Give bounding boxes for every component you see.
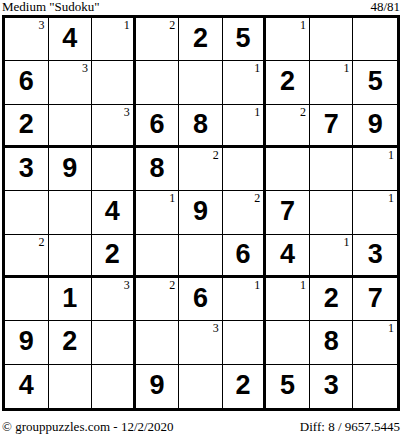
page-title: Medium "Sudoku" — [2, 0, 100, 14]
cell-value: 7 — [280, 198, 295, 226]
cell-r4c5[interactable]: 2 — [179, 148, 223, 191]
cell-value: 4 — [19, 372, 34, 400]
pencil-mark: 3 — [213, 321, 219, 335]
header: Medium "Sudoku" 48/81 — [2, 0, 400, 14]
cell-value: 2 — [105, 241, 120, 269]
cell-value: 9 — [193, 198, 208, 226]
cell-r5c3[interactable]: 4 — [92, 191, 136, 234]
pencil-mark: 3 — [124, 278, 130, 292]
cell-value: 4 — [280, 241, 295, 269]
cell-value: 2 — [62, 328, 77, 356]
cell-value: 2 — [236, 372, 251, 400]
remaining-counter: 48/81 — [370, 0, 400, 14]
cell-r6c7[interactable]: 4 — [266, 235, 310, 278]
cell-value: 9 — [368, 111, 383, 139]
cell-value: 3 — [368, 241, 383, 269]
cell-r6c2[interactable] — [49, 235, 93, 278]
cell-r4c6[interactable] — [223, 148, 267, 191]
pencil-mark: 1 — [254, 61, 260, 75]
cell-r8c5[interactable]: 3 — [179, 321, 223, 364]
cell-r3c1[interactable]: 2 — [5, 105, 49, 148]
cell-r2c5[interactable] — [179, 61, 223, 104]
cell-r4c7[interactable] — [266, 148, 310, 191]
pencil-mark: 3 — [124, 105, 130, 119]
cell-r2c3[interactable] — [92, 61, 136, 104]
cell-r9c2[interactable] — [49, 365, 93, 408]
pencil-mark: 1 — [254, 278, 260, 292]
cell-r6c5[interactable] — [179, 235, 223, 278]
cell-r8c8[interactable]: 8 — [310, 321, 354, 364]
cell-value: 6 — [193, 285, 208, 313]
cell-r6c3[interactable]: 2 — [92, 235, 136, 278]
cell-r1c9[interactable] — [353, 18, 397, 61]
cell-value: 5 — [280, 372, 295, 400]
cell-value: 2 — [19, 111, 34, 139]
cell-r4c1[interactable]: 3 — [5, 148, 49, 191]
cell-r1c6[interactable]: 5 — [223, 18, 267, 61]
cell-r9c5[interactable] — [179, 365, 223, 408]
pencil-mark: 2 — [169, 278, 175, 292]
cell-r8c3[interactable] — [92, 321, 136, 364]
cell-r6c6[interactable]: 6 — [223, 235, 267, 278]
cell-value: 5 — [236, 25, 251, 53]
pencil-mark: 1 — [254, 105, 260, 119]
cell-r7c5[interactable]: 6 — [179, 278, 223, 321]
pencil-mark: 2 — [169, 18, 175, 32]
cell-r8c1[interactable]: 9 — [5, 321, 49, 364]
cell-r7c4[interactable]: 2 — [136, 278, 180, 321]
cell-r3c6[interactable]: 1 — [223, 105, 267, 148]
cell-r4c3[interactable] — [92, 148, 136, 191]
sudoku-page: Medium "Sudoku" 48/81 341225163121523681… — [0, 0, 402, 437]
cell-r8c2[interactable]: 2 — [49, 321, 93, 364]
cell-value: 2 — [280, 68, 295, 96]
copyright-text: © grouppuzzles.com - 12/2/2020 — [2, 419, 174, 435]
cell-value: 9 — [149, 372, 164, 400]
pencil-mark: 1 — [124, 18, 130, 32]
pencil-mark: 1 — [300, 18, 306, 32]
sudoku-board: 3412251631215236812793982141927122641313… — [2, 15, 400, 411]
cell-value: 8 — [324, 328, 339, 356]
cell-value: 9 — [62, 155, 77, 183]
cell-r7c3[interactable]: 3 — [92, 278, 136, 321]
cell-r2c4[interactable] — [136, 61, 180, 104]
cell-r9c7[interactable]: 5 — [266, 365, 310, 408]
cell-r9c6[interactable]: 2 — [223, 365, 267, 408]
cell-r8c6[interactable] — [223, 321, 267, 364]
cell-r5c1[interactable] — [5, 191, 49, 234]
cell-r1c1[interactable]: 3 — [5, 18, 49, 61]
footer: © grouppuzzles.com - 12/2/2020 Diff: 8 /… — [2, 415, 400, 435]
cell-r4c2[interactable]: 9 — [49, 148, 93, 191]
cell-r2c6[interactable]: 1 — [223, 61, 267, 104]
cell-value: 1 — [62, 285, 77, 313]
cell-r1c7[interactable]: 1 — [266, 18, 310, 61]
cell-r1c4[interactable]: 2 — [136, 18, 180, 61]
pencil-mark: 1 — [388, 191, 394, 205]
cell-r5c4[interactable]: 1 — [136, 191, 180, 234]
cell-r5c2[interactable] — [49, 191, 93, 234]
cell-r8c4[interactable] — [136, 321, 180, 364]
pencil-mark: 1 — [169, 191, 175, 205]
pencil-mark: 2 — [300, 105, 306, 119]
cell-r3c5[interactable]: 8 — [179, 105, 223, 148]
cell-r2c9[interactable]: 5 — [353, 61, 397, 104]
cell-r5c7[interactable]: 7 — [266, 191, 310, 234]
cell-r9c3[interactable] — [92, 365, 136, 408]
cell-value: 3 — [19, 155, 34, 183]
pencil-mark: 1 — [388, 148, 394, 162]
cell-r9c1[interactable]: 4 — [5, 365, 49, 408]
cell-r7c2[interactable]: 1 — [49, 278, 93, 321]
cell-value: 7 — [324, 111, 339, 139]
cell-value: 2 — [193, 25, 208, 53]
cell-r5c9[interactable]: 1 — [353, 191, 397, 234]
cell-r3c8[interactable]: 7 — [310, 105, 354, 148]
cell-r1c3[interactable]: 1 — [92, 18, 136, 61]
pencil-mark: 1 — [343, 61, 349, 75]
cell-r3c9[interactable]: 9 — [353, 105, 397, 148]
cell-r6c1[interactable]: 2 — [5, 235, 49, 278]
cell-r6c4[interactable] — [136, 235, 180, 278]
pencil-mark: 1 — [388, 321, 394, 335]
cell-value: 5 — [368, 68, 383, 96]
cell-value: 3 — [324, 372, 339, 400]
cell-r3c7[interactable]: 2 — [266, 105, 310, 148]
cell-r3c2[interactable] — [49, 105, 93, 148]
cell-r7c6[interactable]: 1 — [223, 278, 267, 321]
pencil-mark: 1 — [300, 278, 306, 292]
cell-r5c5[interactable]: 9 — [179, 191, 223, 234]
cell-r1c5[interactable]: 2 — [179, 18, 223, 61]
pencil-mark: 2 — [213, 148, 219, 162]
cell-value: 2 — [324, 285, 339, 313]
cell-r5c8[interactable] — [310, 191, 354, 234]
cell-value: 6 — [19, 68, 34, 96]
cell-r7c7[interactable]: 1 — [266, 278, 310, 321]
cell-r2c1[interactable]: 6 — [5, 61, 49, 104]
cell-r5c6[interactable]: 2 — [223, 191, 267, 234]
cell-r9c8[interactable]: 3 — [310, 365, 354, 408]
cell-r4c9[interactable]: 1 — [353, 148, 397, 191]
cell-value: 6 — [236, 241, 251, 269]
cell-r8c7[interactable] — [266, 321, 310, 364]
cell-value: 4 — [105, 198, 120, 226]
pencil-mark: 2 — [39, 235, 45, 249]
pencil-mark: 1 — [343, 235, 349, 249]
cell-r3c3[interactable]: 3 — [92, 105, 136, 148]
pencil-mark: 3 — [39, 18, 45, 32]
cell-r1c8[interactable] — [310, 18, 354, 61]
cell-r7c8[interactable]: 2 — [310, 278, 354, 321]
pencil-mark: 3 — [82, 61, 88, 75]
cell-r9c4[interactable]: 9 — [136, 365, 180, 408]
cell-r1c2[interactable]: 4 — [49, 18, 93, 61]
cell-r2c7[interactable]: 2 — [266, 61, 310, 104]
cell-r6c8[interactable]: 1 — [310, 235, 354, 278]
cell-value: 8 — [193, 111, 208, 139]
cell-value: 4 — [62, 25, 77, 53]
cell-r3c4[interactable]: 6 — [136, 105, 180, 148]
cell-r2c8[interactable]: 1 — [310, 61, 354, 104]
cell-value: 8 — [149, 155, 164, 183]
cell-r2c2[interactable]: 3 — [49, 61, 93, 104]
cell-r7c1[interactable] — [5, 278, 49, 321]
cell-value: 6 — [149, 111, 164, 139]
difficulty-text: Diff: 8 / 9657.5445 — [300, 419, 400, 435]
cell-r4c8[interactable] — [310, 148, 354, 191]
cell-r7c9[interactable]: 7 — [353, 278, 397, 321]
pencil-mark: 2 — [254, 191, 260, 205]
cell-r8c9[interactable]: 1 — [353, 321, 397, 364]
cell-value: 7 — [368, 285, 383, 313]
cell-r4c4[interactable]: 8 — [136, 148, 180, 191]
cell-r6c9[interactable]: 3 — [353, 235, 397, 278]
cell-value: 9 — [19, 328, 34, 356]
cell-r9c9[interactable] — [353, 365, 397, 408]
